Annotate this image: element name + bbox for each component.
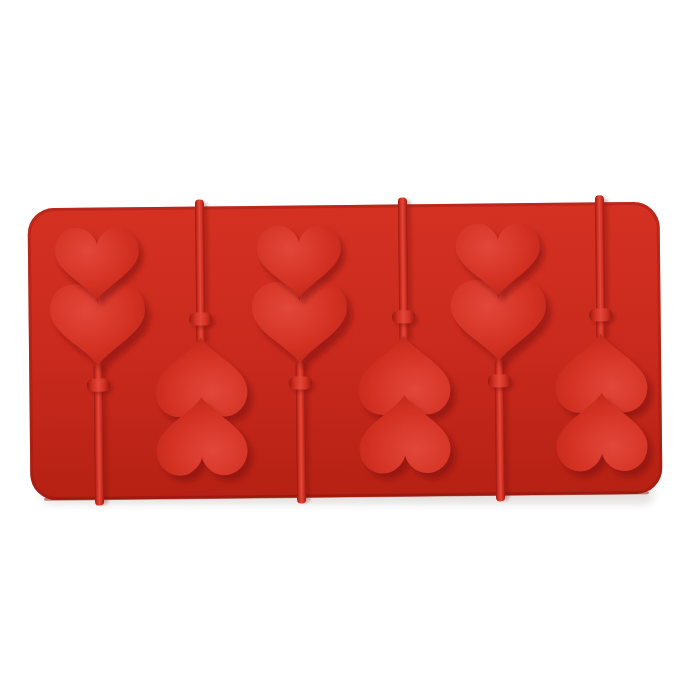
silicone-mold [27,195,662,507]
lollipop-mold-photo [0,0,700,700]
photo-canvas [0,0,700,700]
